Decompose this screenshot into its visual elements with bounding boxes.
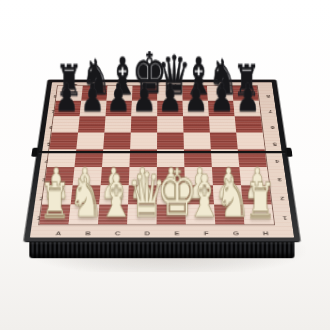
fold-seam <box>37 151 288 154</box>
square-c5[interactable] <box>103 132 131 149</box>
square-f5[interactable] <box>183 132 210 149</box>
square-g5[interactable] <box>210 132 238 149</box>
chess-board: AABBCCDDEEFFGGHH8877665544332211 ♜♞♝♚♛♝♞… <box>24 80 300 242</box>
piece-white-rook[interactable]: ♜ <box>39 176 68 225</box>
piece-black-pawn[interactable]: ♟ <box>157 79 183 117</box>
rank-label-right-1: 1 <box>277 208 293 228</box>
piece-white-knight[interactable]: ♞ <box>215 170 244 226</box>
square-a5[interactable] <box>49 132 78 149</box>
rank-label-right-7: 7 <box>264 104 278 120</box>
piece-black-pawn[interactable]: ♟ <box>105 79 131 117</box>
file-label-bottom-d: D <box>132 228 162 237</box>
piece-black-pawn[interactable]: ♟ <box>183 79 209 117</box>
square-f1[interactable]: ♝ <box>185 204 215 224</box>
rank-label-right-2: 2 <box>275 189 290 208</box>
square-g6[interactable] <box>209 116 236 132</box>
square-d7[interactable]: ♟ <box>131 101 157 117</box>
square-h6[interactable] <box>235 116 263 132</box>
piece-white-queen[interactable]: ♛ <box>127 164 156 226</box>
rank-label-right-4: 4 <box>270 153 285 171</box>
piece-white-bishop[interactable]: ♝ <box>186 167 215 226</box>
square-h5[interactable] <box>236 132 264 149</box>
square-e5[interactable] <box>157 132 184 149</box>
square-d1[interactable]: ♛ <box>127 204 156 224</box>
hinge-left <box>31 148 39 157</box>
piece-white-king[interactable]: ♚ <box>157 161 186 226</box>
file-label-bottom-c: C <box>103 228 133 237</box>
piece-black-pawn[interactable]: ♟ <box>209 79 235 117</box>
file-label-bottom-e: E <box>162 228 192 237</box>
square-d5[interactable] <box>130 132 157 149</box>
file-label-bottom-b: B <box>73 228 103 237</box>
rank-label-right-8: 8 <box>262 89 275 104</box>
hinge-right <box>284 148 292 157</box>
photo-scene: AABBCCDDEEFFGGHH8877665544332211 ♜♞♝♚♛♝♞… <box>0 0 330 330</box>
square-e6[interactable] <box>157 116 183 132</box>
file-label-bottom-a: A <box>43 228 74 237</box>
piece-black-pawn[interactable]: ♟ <box>131 79 157 117</box>
piece-black-pawn[interactable]: ♟ <box>235 79 261 117</box>
square-h7[interactable]: ♟ <box>233 101 260 117</box>
square-f7[interactable]: ♟ <box>183 101 209 117</box>
square-e7[interactable]: ♟ <box>157 101 183 117</box>
square-b7[interactable]: ♟ <box>80 101 107 117</box>
square-b6[interactable] <box>78 116 105 132</box>
piece-black-pawn[interactable]: ♟ <box>54 79 80 117</box>
board-squares-grid: ♜♞♝♚♛♝♞♜♟♟♟♟♟♟♟♟♟♟♟♟♟♟♟♟♜♞♝♛♚♝♞♜ <box>38 85 275 225</box>
frame-front-edge <box>29 242 294 259</box>
rank-label-right-6: 6 <box>266 119 280 135</box>
square-b1[interactable]: ♞ <box>69 204 100 224</box>
square-e1[interactable]: ♚ <box>157 204 186 224</box>
piece-black-pawn[interactable]: ♟ <box>80 79 106 117</box>
square-a6[interactable] <box>52 116 80 132</box>
piece-white-bishop[interactable]: ♝ <box>98 167 127 226</box>
square-c6[interactable] <box>104 116 131 132</box>
square-a1[interactable]: ♜ <box>39 204 70 224</box>
square-c7[interactable]: ♟ <box>106 101 132 117</box>
file-label-bottom-g: G <box>221 228 251 237</box>
file-label-bottom-f: F <box>191 228 221 237</box>
file-label-bottom-h: H <box>250 228 281 237</box>
piece-white-knight[interactable]: ♞ <box>68 170 97 226</box>
square-d6[interactable] <box>131 116 157 132</box>
square-c1[interactable]: ♝ <box>98 204 128 224</box>
square-g7[interactable]: ♟ <box>208 101 235 117</box>
piece-white-rook[interactable]: ♜ <box>245 176 274 225</box>
square-g1[interactable]: ♞ <box>214 204 245 224</box>
square-h1[interactable]: ♜ <box>243 204 274 224</box>
square-b5[interactable] <box>76 132 104 149</box>
square-f6[interactable] <box>183 116 210 132</box>
square-a7[interactable]: ♟ <box>54 101 81 117</box>
